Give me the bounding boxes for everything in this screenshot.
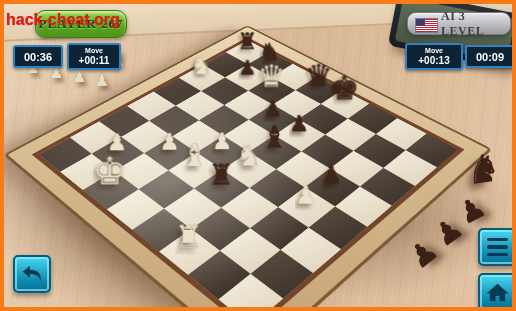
undo-button[interactable] [13, 255, 51, 293]
piece-white-pawn[interactable]: ♟ [211, 130, 232, 153]
ai-badge-label: AI 3 LEVEL [441, 9, 510, 39]
us-flag-icon [415, 18, 438, 33]
piece-white-queen[interactable]: ♛ [257, 60, 285, 91]
piece-black-king[interactable]: ♚ [329, 71, 359, 104]
captured-white-pawn: ♟ [72, 69, 86, 85]
white-move-value: +00:11 [79, 55, 110, 66]
piece-black-rook[interactable]: ♜ [236, 30, 256, 53]
piece-white-bishop[interactable]: ♝ [180, 140, 208, 171]
white-move-label: Move [85, 47, 103, 55]
game-screen: ♟♟♟♟♜ ♜♞♛♚♟♛♞♟♟♝♟♟♞♟♟♝♜♟♚♜ ♟♟♟♞ PLAYER 2… [0, 0, 516, 311]
piece-black-pawn[interactable]: ♟ [238, 58, 256, 78]
piece-white-king[interactable]: ♚ [92, 152, 126, 190]
black-move-timer: Move +00:13 [405, 43, 463, 70]
black-move-value: +00:13 [418, 55, 449, 66]
undo-arrow-icon [19, 261, 45, 287]
ai-badge[interactable]: AI 3 LEVEL [407, 12, 511, 35]
home-button[interactable] [478, 273, 516, 311]
piece-white-knight[interactable]: ♞ [190, 54, 212, 79]
black-clock: 00:09 [465, 45, 515, 68]
piece-black-pawn[interactable]: ♟ [262, 98, 282, 120]
player-badge[interactable]: PLAYER 267 [35, 10, 127, 38]
piece-white-pawn[interactable]: ♟ [159, 131, 180, 154]
home-icon [485, 280, 510, 305]
piece-black-queen[interactable]: ♛ [304, 60, 331, 91]
piece-black-bishop[interactable]: ♝ [260, 123, 287, 153]
black-move-label: Move [425, 47, 443, 55]
chess-board: ♜♞♛♚♟♛♞♟♟♝♟♟♞♟♟♝♜♟♚♜ [32, 37, 465, 311]
captured-black-pawn: ♟ [404, 234, 444, 274]
piece-black-rook[interactable]: ♜ [208, 161, 234, 190]
captured-white-pawn: ♟ [94, 72, 109, 89]
captured-black-pawn: ♟ [429, 212, 468, 252]
hamburger-icon [487, 238, 508, 242]
white-move-timer: Move +00:11 [67, 43, 121, 70]
piece-white-rook[interactable]: ♜ [174, 221, 202, 252]
piece-white-knight[interactable]: ♞ [235, 142, 261, 171]
piece-white-pawn[interactable]: ♟ [294, 183, 316, 208]
menu-button[interactable] [478, 228, 516, 266]
piece-black-pawn[interactable]: ♟ [288, 113, 308, 135]
white-clock: 00:36 [13, 45, 63, 68]
captured-black-pawn: ♟ [454, 192, 491, 230]
piece-black-pawn[interactable]: ♟ [320, 164, 342, 188]
